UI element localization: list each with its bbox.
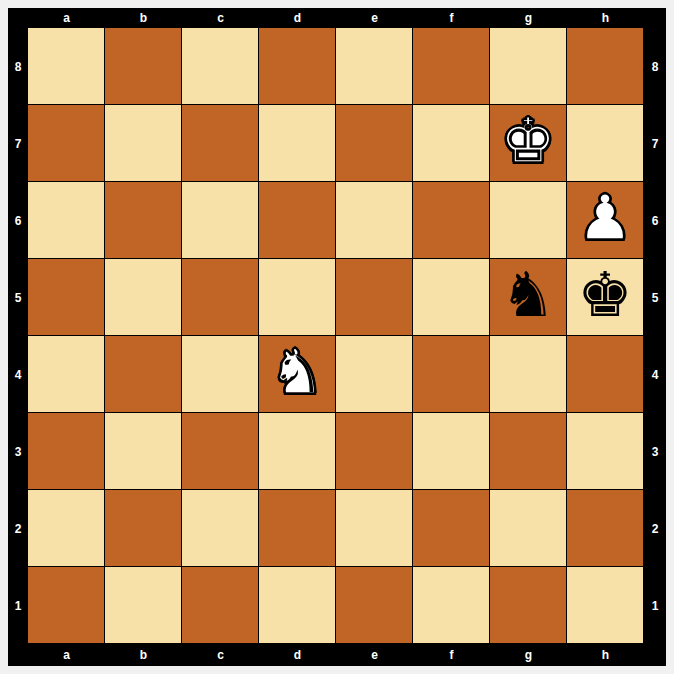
square-b7[interactable] [105, 105, 182, 182]
coord-label-right-5: 5 [652, 292, 659, 304]
square-e1[interactable] [336, 567, 413, 644]
square-d4[interactable]: ♞ [259, 336, 336, 413]
coord-band: 7 [644, 105, 666, 182]
square-d3[interactable] [259, 413, 336, 490]
coord-label-left-6: 6 [15, 215, 22, 227]
square-f6[interactable] [413, 182, 490, 259]
square-b8[interactable] [105, 28, 182, 105]
coord-band: a [28, 8, 105, 28]
piece-white-pawn[interactable]: ♟ [577, 187, 633, 249]
square-g5[interactable]: ♞ [490, 259, 567, 336]
square-d6[interactable] [259, 182, 336, 259]
square-f1[interactable] [413, 567, 490, 644]
coord-band: f [413, 644, 490, 666]
coord-label-right-1: 1 [652, 600, 659, 612]
coord-label-top-f: f [450, 12, 454, 24]
square-f7[interactable] [413, 105, 490, 182]
coord-label-bottom-e: e [371, 649, 378, 661]
piece-black-knight[interactable]: ♞ [500, 264, 556, 326]
piece-white-knight[interactable]: ♞ [269, 341, 325, 403]
board-frame: abcdefgh887♚76♟65♞♚54♞4332211abcdefgh [8, 8, 666, 666]
coord-band: 6 [644, 182, 666, 259]
coord-label-right-4: 4 [652, 369, 659, 381]
coord-band: h [567, 8, 644, 28]
coord-band: e [336, 644, 413, 666]
square-e4[interactable] [336, 336, 413, 413]
coord-band: h [567, 644, 644, 666]
coord-band: 2 [8, 490, 28, 567]
page-background: abcdefgh887♚76♟65♞♚54♞4332211abcdefgh [0, 0, 674, 674]
square-g2[interactable] [490, 490, 567, 567]
square-f4[interactable] [413, 336, 490, 413]
square-c1[interactable] [182, 567, 259, 644]
square-g6[interactable] [490, 182, 567, 259]
square-b1[interactable] [105, 567, 182, 644]
frame-corner [8, 644, 28, 666]
coord-band: 1 [644, 567, 666, 644]
coord-label-left-8: 8 [15, 61, 22, 73]
coord-band: c [182, 8, 259, 28]
square-h3[interactable] [567, 413, 644, 490]
coord-label-top-c: c [217, 12, 224, 24]
coord-label-left-1: 1 [15, 600, 22, 612]
coord-label-top-e: e [371, 12, 378, 24]
square-e8[interactable] [336, 28, 413, 105]
coord-band: 3 [644, 413, 666, 490]
square-h1[interactable] [567, 567, 644, 644]
square-c3[interactable] [182, 413, 259, 490]
coord-band: d [259, 644, 336, 666]
coord-label-right-6: 6 [652, 215, 659, 227]
coord-label-right-2: 2 [652, 523, 659, 535]
square-g1[interactable] [490, 567, 567, 644]
coord-band: 8 [8, 28, 28, 105]
coord-band: 7 [8, 105, 28, 182]
coord-label-bottom-b: b [140, 649, 147, 661]
coord-band: a [28, 644, 105, 666]
square-g7[interactable]: ♚ [490, 105, 567, 182]
coord-band: 6 [8, 182, 28, 259]
square-e6[interactable] [336, 182, 413, 259]
coord-band: d [259, 8, 336, 28]
coord-band: b [105, 644, 182, 666]
square-a5[interactable] [28, 259, 105, 336]
square-h6[interactable]: ♟ [567, 182, 644, 259]
square-h5[interactable]: ♚ [567, 259, 644, 336]
square-d1[interactable] [259, 567, 336, 644]
coord-label-right-3: 3 [652, 446, 659, 458]
square-a2[interactable] [28, 490, 105, 567]
frame-corner [644, 8, 666, 28]
coord-label-left-5: 5 [15, 292, 22, 304]
square-d7[interactable] [259, 105, 336, 182]
square-a6[interactable] [28, 182, 105, 259]
square-b5[interactable] [105, 259, 182, 336]
coord-band: e [336, 8, 413, 28]
square-d2[interactable] [259, 490, 336, 567]
coord-label-top-a: a [63, 12, 70, 24]
coord-label-left-3: 3 [15, 446, 22, 458]
square-c4[interactable] [182, 336, 259, 413]
coord-label-top-h: h [602, 12, 609, 24]
coord-band: g [490, 8, 567, 28]
square-h2[interactable] [567, 490, 644, 567]
square-c5[interactable] [182, 259, 259, 336]
coord-label-left-7: 7 [15, 138, 22, 150]
square-c7[interactable] [182, 105, 259, 182]
square-f8[interactable] [413, 28, 490, 105]
square-f3[interactable] [413, 413, 490, 490]
square-e7[interactable] [336, 105, 413, 182]
square-c2[interactable] [182, 490, 259, 567]
coord-label-right-8: 8 [652, 61, 659, 73]
square-f5[interactable] [413, 259, 490, 336]
square-h8[interactable] [567, 28, 644, 105]
coord-label-bottom-h: h [602, 649, 609, 661]
chess-board: abcdefgh887♚76♟65♞♚54♞4332211abcdefgh [8, 8, 666, 666]
coord-label-bottom-g: g [525, 649, 532, 661]
square-g3[interactable] [490, 413, 567, 490]
square-h7[interactable] [567, 105, 644, 182]
square-b6[interactable] [105, 182, 182, 259]
square-f2[interactable] [413, 490, 490, 567]
frame-corner [8, 8, 28, 28]
coord-band: 2 [644, 490, 666, 567]
square-a3[interactable] [28, 413, 105, 490]
square-h4[interactable] [567, 336, 644, 413]
square-e3[interactable] [336, 413, 413, 490]
square-e5[interactable] [336, 259, 413, 336]
square-a1[interactable] [28, 567, 105, 644]
square-b2[interactable] [105, 490, 182, 567]
coord-label-left-4: 4 [15, 369, 22, 381]
coord-label-bottom-f: f [450, 649, 454, 661]
square-b4[interactable] [105, 336, 182, 413]
square-e2[interactable] [336, 490, 413, 567]
coord-band: g [490, 644, 567, 666]
square-a7[interactable] [28, 105, 105, 182]
square-c6[interactable] [182, 182, 259, 259]
coord-band: b [105, 8, 182, 28]
coord-band: 8 [644, 28, 666, 105]
coord-band: 5 [644, 259, 666, 336]
coord-band: c [182, 644, 259, 666]
square-c8[interactable] [182, 28, 259, 105]
square-d8[interactable] [259, 28, 336, 105]
coord-label-top-b: b [140, 12, 147, 24]
coord-label-bottom-d: d [294, 649, 301, 661]
square-a8[interactable] [28, 28, 105, 105]
piece-white-king[interactable]: ♚ [500, 110, 556, 172]
square-d5[interactable] [259, 259, 336, 336]
square-b3[interactable] [105, 413, 182, 490]
coord-band: 3 [8, 413, 28, 490]
square-a4[interactable] [28, 336, 105, 413]
coord-label-left-2: 2 [15, 523, 22, 535]
coord-label-right-7: 7 [652, 138, 659, 150]
coord-label-top-d: d [294, 12, 301, 24]
frame-corner [644, 644, 666, 666]
coord-band: 5 [8, 259, 28, 336]
coord-band: 4 [644, 336, 666, 413]
square-g4[interactable] [490, 336, 567, 413]
coord-band: 4 [8, 336, 28, 413]
coord-band: 1 [8, 567, 28, 644]
coord-label-bottom-c: c [217, 649, 224, 661]
square-g8[interactable] [490, 28, 567, 105]
coord-label-top-g: g [525, 12, 532, 24]
coord-band: f [413, 8, 490, 28]
coord-label-bottom-a: a [63, 649, 70, 661]
piece-black-king[interactable]: ♚ [577, 264, 633, 326]
